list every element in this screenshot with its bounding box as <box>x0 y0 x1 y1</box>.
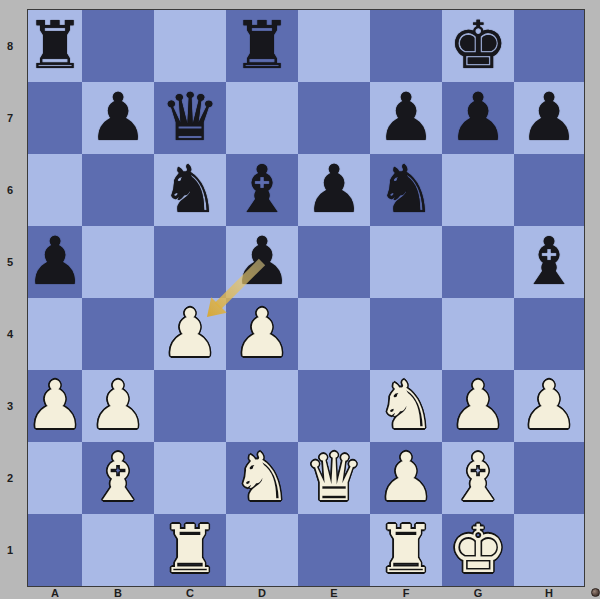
rank-label-7: 7 <box>0 82 20 154</box>
file-label-E: E <box>298 586 370 599</box>
square-g4[interactable] <box>442 298 514 370</box>
piece-white-rook-f1[interactable]: ♜ <box>376 517 435 583</box>
rank-label-3: 3 <box>0 370 20 442</box>
piece-white-bishop-g2[interactable]: ♝ <box>448 445 507 511</box>
piece-black-knight-f6[interactable]: ♞ <box>376 157 435 223</box>
piece-black-queen-c7[interactable]: ♛ <box>160 85 219 151</box>
piece-white-pawn-b3[interactable]: ♟ <box>88 373 147 439</box>
piece-black-bishop-h5[interactable]: ♝ <box>519 229 578 295</box>
square-d7[interactable] <box>226 82 298 154</box>
square-f2[interactable]: ♟ <box>370 442 442 514</box>
square-h1[interactable] <box>514 514 584 586</box>
rank-label-5: 5 <box>0 226 20 298</box>
square-c7[interactable]: ♛ <box>154 82 226 154</box>
resize-grip-icon[interactable] <box>591 588 600 597</box>
piece-black-rook-a8[interactable]: ♜ <box>25 13 84 79</box>
square-a8[interactable]: ♜ <box>28 10 82 82</box>
square-g3[interactable]: ♟ <box>442 370 514 442</box>
square-d4[interactable]: ♟ <box>226 298 298 370</box>
square-h6[interactable] <box>514 154 584 226</box>
square-e3[interactable] <box>298 370 370 442</box>
chessboard-panel: 87654321 ♜♜♚♟♛♟♟♟♞♝♟♞♟♟♝♟♟♟♟♞♟♟♝♞♛♟♝♜♜♚ … <box>0 0 600 599</box>
piece-white-queen-e2[interactable]: ♛ <box>304 445 363 511</box>
square-h4[interactable] <box>514 298 584 370</box>
piece-black-pawn-b7[interactable]: ♟ <box>88 85 147 151</box>
square-f1[interactable]: ♜ <box>370 514 442 586</box>
file-label-D: D <box>226 586 298 599</box>
piece-black-bishop-d6[interactable]: ♝ <box>232 157 291 223</box>
square-g1[interactable]: ♚ <box>442 514 514 586</box>
square-c6[interactable]: ♞ <box>154 154 226 226</box>
rank-coordinates: 87654321 <box>0 10 20 586</box>
square-b5[interactable] <box>82 226 154 298</box>
piece-white-knight-d2[interactable]: ♞ <box>232 445 291 511</box>
square-c2[interactable] <box>154 442 226 514</box>
square-d3[interactable] <box>226 370 298 442</box>
square-f8[interactable] <box>370 10 442 82</box>
square-h8[interactable] <box>514 10 584 82</box>
piece-black-knight-c6[interactable]: ♞ <box>160 157 219 223</box>
square-g2[interactable]: ♝ <box>442 442 514 514</box>
piece-white-king-g1[interactable]: ♚ <box>448 517 507 583</box>
rank-label-4: 4 <box>0 298 20 370</box>
square-f4[interactable] <box>370 298 442 370</box>
rank-label-6: 6 <box>0 154 20 226</box>
piece-black-pawn-a5[interactable]: ♟ <box>25 229 84 295</box>
square-d2[interactable]: ♞ <box>226 442 298 514</box>
square-b3[interactable]: ♟ <box>82 370 154 442</box>
square-d8[interactable]: ♜ <box>226 10 298 82</box>
piece-black-pawn-f7[interactable]: ♟ <box>376 85 435 151</box>
piece-white-rook-c1[interactable]: ♜ <box>160 517 219 583</box>
piece-white-pawn-f2[interactable]: ♟ <box>376 445 435 511</box>
square-e2[interactable]: ♛ <box>298 442 370 514</box>
square-a7[interactable] <box>28 82 82 154</box>
square-d1[interactable] <box>226 514 298 586</box>
piece-black-pawn-e6[interactable]: ♟ <box>304 157 363 223</box>
square-g6[interactable] <box>442 154 514 226</box>
square-g7[interactable]: ♟ <box>442 82 514 154</box>
piece-black-king-g8[interactable]: ♚ <box>448 13 507 79</box>
square-b7[interactable]: ♟ <box>82 82 154 154</box>
square-e4[interactable] <box>298 298 370 370</box>
rank-label-1: 1 <box>0 514 20 586</box>
square-f6[interactable]: ♞ <box>370 154 442 226</box>
file-label-H: H <box>514 586 584 599</box>
rank-label-8: 8 <box>0 10 20 82</box>
square-e5[interactable] <box>298 226 370 298</box>
square-e6[interactable]: ♟ <box>298 154 370 226</box>
piece-white-pawn-c4[interactable]: ♟ <box>160 301 219 367</box>
square-h3[interactable]: ♟ <box>514 370 584 442</box>
piece-white-knight-f3[interactable]: ♞ <box>376 373 435 439</box>
square-c5[interactable] <box>154 226 226 298</box>
square-c8[interactable] <box>154 10 226 82</box>
square-f3[interactable]: ♞ <box>370 370 442 442</box>
square-a2[interactable] <box>28 442 82 514</box>
square-h7[interactable]: ♟ <box>514 82 584 154</box>
square-b4[interactable] <box>82 298 154 370</box>
piece-black-rook-d8[interactable]: ♜ <box>232 13 291 79</box>
file-label-B: B <box>82 586 154 599</box>
square-d5[interactable]: ♟ <box>226 226 298 298</box>
square-e1[interactable] <box>298 514 370 586</box>
square-c1[interactable]: ♜ <box>154 514 226 586</box>
square-c3[interactable] <box>154 370 226 442</box>
piece-white-pawn-h3[interactable]: ♟ <box>519 373 578 439</box>
square-b8[interactable] <box>82 10 154 82</box>
board-frame: ♜♜♚♟♛♟♟♟♞♝♟♞♟♟♝♟♟♟♟♞♟♟♝♞♛♟♝♜♜♚ <box>27 9 585 587</box>
square-f7[interactable]: ♟ <box>370 82 442 154</box>
square-a1[interactable] <box>28 514 82 586</box>
piece-white-pawn-g3[interactable]: ♟ <box>448 373 507 439</box>
piece-black-pawn-h7[interactable]: ♟ <box>519 85 578 151</box>
square-d6[interactable]: ♝ <box>226 154 298 226</box>
piece-white-bishop-b2[interactable]: ♝ <box>88 445 147 511</box>
square-a4[interactable] <box>28 298 82 370</box>
file-label-A: A <box>28 586 82 599</box>
square-b2[interactable]: ♝ <box>82 442 154 514</box>
square-g8[interactable]: ♚ <box>442 10 514 82</box>
square-e8[interactable] <box>298 10 370 82</box>
square-f5[interactable] <box>370 226 442 298</box>
square-c4[interactable]: ♟ <box>154 298 226 370</box>
square-e7[interactable] <box>298 82 370 154</box>
square-g5[interactable] <box>442 226 514 298</box>
square-a6[interactable] <box>28 154 82 226</box>
square-b6[interactable] <box>82 154 154 226</box>
square-a3[interactable]: ♟ <box>28 370 82 442</box>
piece-white-pawn-a3[interactable]: ♟ <box>25 373 84 439</box>
piece-black-pawn-d5[interactable]: ♟ <box>232 229 291 295</box>
piece-white-pawn-d4[interactable]: ♟ <box>232 301 291 367</box>
square-a5[interactable]: ♟ <box>28 226 82 298</box>
piece-black-pawn-g7[interactable]: ♟ <box>448 85 507 151</box>
rank-label-2: 2 <box>0 442 20 514</box>
square-h2[interactable] <box>514 442 584 514</box>
chess-board: ♜♜♚♟♛♟♟♟♞♝♟♞♟♟♝♟♟♟♟♞♟♟♝♞♛♟♝♜♜♚ <box>28 10 584 586</box>
square-b1[interactable] <box>82 514 154 586</box>
square-h5[interactable]: ♝ <box>514 226 584 298</box>
